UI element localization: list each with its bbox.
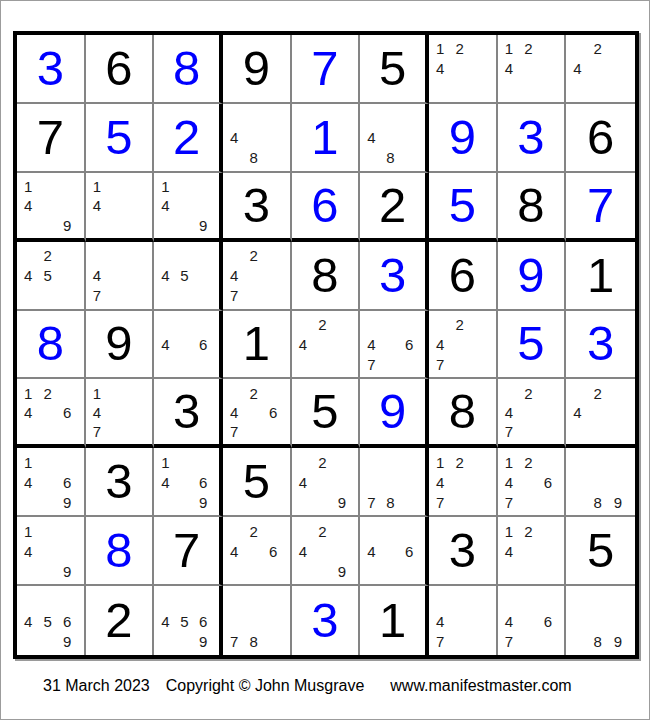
cell-r1c9: 24 xyxy=(566,35,635,104)
cand-slot-1 xyxy=(572,590,592,611)
cand-slot-7: 7 xyxy=(229,631,249,652)
cand-slot-2: 2 xyxy=(523,39,543,59)
cand-slot-6: 6 xyxy=(62,611,82,632)
cand-slot-6 xyxy=(404,472,423,492)
cand-slot-3 xyxy=(474,452,494,472)
cell-r7c6: 78 xyxy=(360,448,429,517)
solved-digit: 6 xyxy=(311,181,338,230)
cell-r6c8: 247 xyxy=(498,379,567,448)
cand-slot-5 xyxy=(179,196,198,215)
cand-slot-3 xyxy=(543,590,563,611)
cell-r3c5: 6 xyxy=(292,173,361,242)
cand-slot-4: 4 xyxy=(366,541,385,561)
cand-slot-8 xyxy=(43,631,63,652)
cand-slot-9 xyxy=(543,492,563,512)
cell-r3c7: 5 xyxy=(429,173,498,242)
cand-slot-6 xyxy=(404,128,423,148)
solved-digit: 8 xyxy=(37,319,64,368)
cand-slot-2 xyxy=(43,452,63,472)
cand-slot-7 xyxy=(160,354,179,374)
cand-slot-5 xyxy=(179,335,198,355)
cand-slot-3 xyxy=(337,315,357,335)
given-digit: 5 xyxy=(587,526,614,575)
cand-slot-9: 9 xyxy=(198,631,217,652)
cand-slot-6 xyxy=(613,59,633,79)
pencilmarks: 12467 xyxy=(498,448,565,515)
pencilmarks: 78 xyxy=(223,586,290,655)
pencilmarks: 48 xyxy=(360,104,425,171)
cand-slot-6: 6 xyxy=(268,541,288,561)
cand-slot-3 xyxy=(268,246,288,266)
cand-slot-7 xyxy=(160,492,179,512)
cand-slot-2 xyxy=(111,246,131,266)
cand-slot-1 xyxy=(366,452,385,472)
cand-slot-8 xyxy=(249,422,269,441)
given-digit: 9 xyxy=(243,44,270,93)
cell-r7c8: 12467 xyxy=(498,448,567,517)
cell-r7c5: 249 xyxy=(292,448,361,517)
cand-slot-3 xyxy=(131,177,151,196)
cand-slot-1 xyxy=(572,452,592,472)
cand-slot-8 xyxy=(385,561,404,581)
cell-r6c3: 3 xyxy=(154,379,223,448)
cell-r3c6: 2 xyxy=(360,173,429,242)
cand-slot-6: 6 xyxy=(198,472,217,492)
cand-slot-1: 1 xyxy=(504,452,524,472)
cand-slot-3 xyxy=(474,315,494,335)
cand-slot-2: 2 xyxy=(317,521,337,541)
cand-slot-1 xyxy=(229,521,249,541)
cell-r2c3: 2 xyxy=(154,104,223,173)
cand-slot-1 xyxy=(160,590,179,611)
cell-r2c8: 3 xyxy=(498,104,567,173)
cand-slot-4: 4 xyxy=(435,611,455,632)
given-digit: 1 xyxy=(243,319,270,368)
cand-slot-2: 2 xyxy=(249,246,269,266)
cell-r3c1: 149 xyxy=(17,173,86,242)
cand-slot-8 xyxy=(455,354,475,374)
cand-slot-7 xyxy=(23,215,43,234)
cand-slot-3 xyxy=(613,452,633,472)
cell-r2c7: 9 xyxy=(429,104,498,173)
pencilmarks: 14 xyxy=(86,173,153,238)
cand-slot-3 xyxy=(543,39,563,59)
cand-slot-2 xyxy=(249,108,269,128)
cand-slot-3 xyxy=(404,315,423,335)
cand-slot-3 xyxy=(62,177,82,196)
cand-slot-8 xyxy=(523,561,543,581)
cand-slot-2 xyxy=(385,108,404,128)
cand-slot-2 xyxy=(523,590,543,611)
cand-slot-8 xyxy=(179,492,198,512)
cand-slot-2 xyxy=(385,452,404,472)
cand-slot-2: 2 xyxy=(523,521,543,541)
cand-slot-7: 7 xyxy=(366,354,385,374)
cand-slot-7 xyxy=(23,492,43,512)
cand-slot-7: 7 xyxy=(435,492,455,512)
sudoku-page: 3689751241242475248148936149141493625872… xyxy=(0,0,650,720)
pencilmarks: 46 xyxy=(360,517,425,584)
cand-slot-8 xyxy=(43,492,63,512)
cell-r2c9: 6 xyxy=(566,104,635,173)
cell-r5c5: 24 xyxy=(292,311,361,380)
cand-slot-4: 4 xyxy=(366,128,385,148)
cand-slot-7 xyxy=(298,561,318,581)
cand-slot-5 xyxy=(523,59,543,79)
cand-slot-9: 9 xyxy=(613,631,633,652)
cand-slot-8 xyxy=(43,215,63,234)
cand-slot-7: 7 xyxy=(504,631,524,652)
cand-slot-8 xyxy=(385,354,404,374)
cand-slot-1: 1 xyxy=(92,177,112,196)
cand-slot-8 xyxy=(111,422,131,441)
cand-slot-4: 4 xyxy=(229,128,249,148)
pencilmarks: 147 xyxy=(86,379,153,444)
cand-slot-5 xyxy=(593,59,613,79)
cand-slot-4: 4 xyxy=(572,59,592,79)
cell-r1c7: 124 xyxy=(429,35,498,104)
cand-slot-4: 4 xyxy=(160,611,179,632)
cand-slot-3 xyxy=(198,590,217,611)
cell-r5c6: 467 xyxy=(360,311,429,380)
cand-slot-1: 1 xyxy=(23,177,43,196)
cand-slot-7: 7 xyxy=(504,422,524,441)
cand-slot-9: 9 xyxy=(198,492,217,512)
cand-slot-1: 1 xyxy=(435,452,455,472)
cand-slot-3 xyxy=(337,452,357,472)
cand-slot-3 xyxy=(268,521,288,541)
cand-slot-3 xyxy=(404,521,423,541)
cand-slot-7 xyxy=(160,215,179,234)
cell-r8c6: 46 xyxy=(360,517,429,586)
cand-slot-4: 4 xyxy=(92,403,112,422)
cand-slot-9 xyxy=(268,422,288,441)
cell-r8c1: 149 xyxy=(17,517,86,586)
cand-slot-2: 2 xyxy=(455,315,475,335)
cand-slot-6 xyxy=(543,541,563,561)
solved-digit: 5 xyxy=(517,319,544,368)
cand-slot-8 xyxy=(523,79,543,99)
cand-slot-5 xyxy=(249,611,269,632)
pencilmarks: 149 xyxy=(154,173,219,238)
solved-digit: 8 xyxy=(173,44,200,93)
cand-slot-2 xyxy=(179,177,198,196)
cand-slot-8 xyxy=(593,79,613,99)
cand-slot-7: 7 xyxy=(229,286,249,306)
cell-r8c2: 8 xyxy=(86,517,155,586)
cand-slot-9: 9 xyxy=(62,631,82,652)
cand-slot-3 xyxy=(131,383,151,402)
cand-slot-3 xyxy=(474,39,494,59)
cand-slot-2: 2 xyxy=(317,452,337,472)
cand-slot-8 xyxy=(249,561,269,581)
solved-digit: 3 xyxy=(517,113,544,162)
cand-slot-7 xyxy=(23,631,43,652)
cand-slot-1 xyxy=(435,590,455,611)
cand-slot-4: 4 xyxy=(229,266,249,286)
cand-slot-2 xyxy=(43,177,63,196)
cand-slot-9: 9 xyxy=(62,561,82,581)
cand-slot-8 xyxy=(455,631,475,652)
cand-slot-8 xyxy=(593,422,613,441)
pencilmarks: 467 xyxy=(360,311,425,378)
cell-r6c7: 8 xyxy=(429,379,498,448)
cand-slot-4: 4 xyxy=(23,196,43,215)
cand-slot-5 xyxy=(111,266,131,286)
cand-slot-3 xyxy=(131,246,151,266)
given-digit: 6 xyxy=(449,251,476,300)
cell-r1c8: 124 xyxy=(498,35,567,104)
cand-slot-5 xyxy=(317,541,337,561)
cand-slot-6 xyxy=(337,472,357,492)
cand-slot-4: 4 xyxy=(435,335,455,355)
given-digit: 2 xyxy=(379,181,406,230)
cand-slot-9 xyxy=(543,561,563,581)
cell-r7c4: 5 xyxy=(223,448,292,517)
cand-slot-1 xyxy=(229,108,249,128)
cand-slot-9 xyxy=(62,286,82,306)
pencilmarks: 89 xyxy=(566,448,635,515)
cand-slot-4 xyxy=(572,611,592,632)
pencilmarks: 24 xyxy=(292,311,359,378)
cand-slot-5 xyxy=(523,611,543,632)
cand-slot-1 xyxy=(23,590,43,611)
pencilmarks: 45 xyxy=(154,242,219,309)
cand-slot-4: 4 xyxy=(23,541,43,561)
footer-copyright: Copyright © John Musgrave xyxy=(166,677,365,694)
cand-slot-7 xyxy=(366,561,385,581)
cand-slot-9 xyxy=(404,148,423,168)
cand-slot-2 xyxy=(43,521,63,541)
given-digit: 8 xyxy=(449,387,476,436)
cand-slot-3 xyxy=(613,590,633,611)
cand-slot-1 xyxy=(23,246,43,266)
pencilmarks: 149 xyxy=(17,173,84,238)
cand-slot-1 xyxy=(298,521,318,541)
cand-slot-6 xyxy=(337,335,357,355)
cand-slot-3 xyxy=(543,521,563,541)
cand-slot-8: 8 xyxy=(249,148,269,168)
cand-slot-6: 6 xyxy=(62,403,82,422)
cand-slot-6 xyxy=(268,266,288,286)
cand-slot-3 xyxy=(62,246,82,266)
cand-slot-9 xyxy=(543,631,563,652)
solved-digit: 3 xyxy=(379,251,406,300)
cell-r1c5: 7 xyxy=(292,35,361,104)
cand-slot-2 xyxy=(179,246,198,266)
cand-slot-2 xyxy=(385,521,404,541)
cell-r5c2: 9 xyxy=(86,311,155,380)
cand-slot-5 xyxy=(43,403,63,422)
cand-slot-2: 2 xyxy=(523,383,543,402)
cand-slot-9 xyxy=(62,422,82,441)
pencilmarks: 2467 xyxy=(223,379,290,444)
given-digit: 3 xyxy=(105,457,132,506)
cand-slot-2 xyxy=(179,315,198,335)
pencilmarks: 47 xyxy=(429,586,496,655)
cand-slot-7: 7 xyxy=(229,422,249,441)
cand-slot-7: 7 xyxy=(435,631,455,652)
cand-slot-4: 4 xyxy=(229,541,249,561)
cell-r9c9: 89 xyxy=(566,586,635,655)
cand-slot-5 xyxy=(455,611,475,632)
cand-slot-7 xyxy=(572,422,592,441)
cand-slot-7 xyxy=(366,148,385,168)
cand-slot-7 xyxy=(160,286,179,306)
cand-slot-4: 4 xyxy=(229,403,249,422)
cand-slot-3 xyxy=(62,383,82,402)
cand-slot-9: 9 xyxy=(198,215,217,234)
cand-slot-3 xyxy=(62,521,82,541)
solved-digit: 1 xyxy=(311,113,338,162)
cand-slot-4: 4 xyxy=(435,59,455,79)
cell-r4c8: 9 xyxy=(498,242,567,311)
cell-r9c5: 3 xyxy=(292,586,361,655)
cell-r5c4: 1 xyxy=(223,311,292,380)
given-digit: 9 xyxy=(105,319,132,368)
cand-slot-9 xyxy=(131,286,151,306)
solved-digit: 7 xyxy=(311,44,338,93)
cand-slot-9 xyxy=(474,79,494,99)
cand-slot-4: 4 xyxy=(23,611,43,632)
cand-slot-9 xyxy=(474,354,494,374)
footer-date: 31 March 2023 xyxy=(43,677,150,694)
cand-slot-9: 9 xyxy=(337,492,357,512)
cand-slot-7: 7 xyxy=(504,492,524,512)
cand-slot-1: 1 xyxy=(23,383,43,402)
cand-slot-4: 4 xyxy=(160,196,179,215)
cand-slot-6 xyxy=(198,266,217,286)
cand-slot-6 xyxy=(62,541,82,561)
cand-slot-2: 2 xyxy=(43,383,63,402)
cand-slot-6 xyxy=(131,403,151,422)
cand-slot-1 xyxy=(572,383,592,402)
cand-slot-5 xyxy=(43,196,63,215)
pencilmarks: 149 xyxy=(17,517,84,584)
cand-slot-5 xyxy=(43,472,63,492)
cell-r6c2: 147 xyxy=(86,379,155,448)
cell-r1c6: 5 xyxy=(360,35,429,104)
cand-slot-4: 4 xyxy=(366,335,385,355)
pencilmarks: 24 xyxy=(566,379,635,444)
cell-r2c6: 48 xyxy=(360,104,429,173)
pencilmarks: 124 xyxy=(498,517,565,584)
cand-slot-2: 2 xyxy=(249,521,269,541)
cand-slot-6: 6 xyxy=(404,541,423,561)
cand-slot-8 xyxy=(317,492,337,512)
cand-slot-9 xyxy=(268,286,288,306)
cell-r4c2: 47 xyxy=(86,242,155,311)
cand-slot-7: 7 xyxy=(92,422,112,441)
cand-slot-7 xyxy=(229,148,249,168)
cand-slot-8 xyxy=(523,422,543,441)
cell-r7c2: 3 xyxy=(86,448,155,517)
cell-r7c1: 1469 xyxy=(17,448,86,517)
cand-slot-1 xyxy=(366,315,385,335)
cand-slot-4: 4 xyxy=(23,472,43,492)
cell-r8c4: 246 xyxy=(223,517,292,586)
pencilmarks: 124 xyxy=(429,35,496,102)
given-digit: 3 xyxy=(449,526,476,575)
cand-slot-4: 4 xyxy=(504,541,524,561)
given-digit: 7 xyxy=(173,526,200,575)
cand-slot-8 xyxy=(179,354,198,374)
cand-slot-4 xyxy=(572,472,592,492)
cand-slot-5 xyxy=(523,403,543,422)
cand-slot-2: 2 xyxy=(455,452,475,472)
cand-slot-8 xyxy=(249,286,269,306)
pencilmarks: 245 xyxy=(17,242,84,309)
cand-slot-1: 1 xyxy=(504,39,524,59)
cand-slot-9: 9 xyxy=(62,215,82,234)
cand-slot-6 xyxy=(131,266,151,286)
cand-slot-2 xyxy=(179,590,198,611)
cand-slot-1 xyxy=(572,39,592,59)
cand-slot-6 xyxy=(474,611,494,632)
cand-slot-5 xyxy=(249,403,269,422)
cell-r1c2: 6 xyxy=(86,35,155,104)
given-digit: 5 xyxy=(379,44,406,93)
cand-slot-7 xyxy=(298,354,318,374)
cand-slot-2 xyxy=(385,315,404,335)
cand-slot-9: 9 xyxy=(62,492,82,512)
cand-slot-5 xyxy=(179,472,198,492)
cand-slot-3 xyxy=(62,590,82,611)
pencilmarks: 247 xyxy=(429,311,496,378)
given-digit: 8 xyxy=(517,181,544,230)
cand-slot-2: 2 xyxy=(593,39,613,59)
cand-slot-4: 4 xyxy=(298,541,318,561)
cand-slot-8 xyxy=(179,215,198,234)
cell-r8c5: 249 xyxy=(292,517,361,586)
cand-slot-9 xyxy=(543,422,563,441)
sudoku-board: 3689751241242475248148936149141493625872… xyxy=(13,31,639,659)
cand-slot-4: 4 xyxy=(504,611,524,632)
cell-r6c6: 9 xyxy=(360,379,429,448)
cand-slot-9 xyxy=(337,354,357,374)
given-digit: 5 xyxy=(311,387,338,436)
footer: 31 March 2023Copyright © John Musgraveww… xyxy=(43,677,572,695)
cand-slot-2: 2 xyxy=(249,383,269,402)
pencilmarks: 124 xyxy=(498,35,565,102)
cand-slot-9 xyxy=(404,354,423,374)
cand-slot-1: 1 xyxy=(92,383,112,402)
cand-slot-4 xyxy=(229,611,249,632)
cand-slot-1 xyxy=(435,315,455,335)
cand-slot-9 xyxy=(474,492,494,512)
cand-slot-1: 1 xyxy=(23,452,43,472)
cand-slot-7 xyxy=(298,492,318,512)
pencilmarks: 247 xyxy=(223,242,290,309)
cand-slot-2 xyxy=(111,177,131,196)
cand-slot-9 xyxy=(268,561,288,581)
cell-r5c1: 8 xyxy=(17,311,86,380)
cand-slot-5 xyxy=(249,541,269,561)
cand-slot-2 xyxy=(43,590,63,611)
cand-slot-4: 4 xyxy=(92,196,112,215)
solved-digit: 9 xyxy=(379,387,406,436)
cand-slot-2 xyxy=(249,590,269,611)
cand-slot-8 xyxy=(455,79,475,99)
cand-slot-8 xyxy=(523,631,543,652)
cell-r8c7: 3 xyxy=(429,517,498,586)
cand-slot-9 xyxy=(131,215,151,234)
cand-slot-3 xyxy=(474,590,494,611)
cand-slot-8 xyxy=(317,561,337,581)
solved-digit: 3 xyxy=(311,596,338,645)
cand-slot-7 xyxy=(92,215,112,234)
cand-slot-5 xyxy=(593,403,613,422)
